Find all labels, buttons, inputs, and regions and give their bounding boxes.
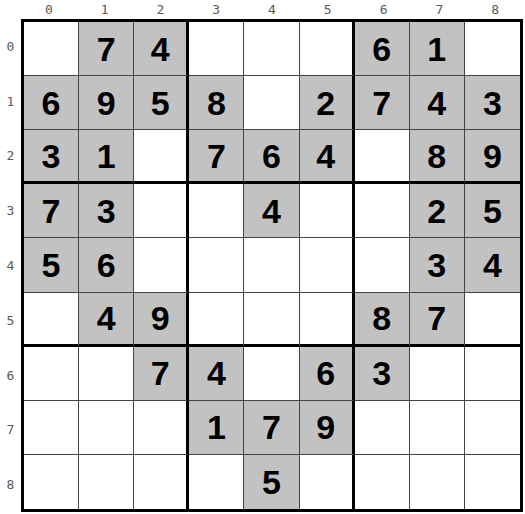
cell-r4c7: 3	[410, 238, 465, 292]
cell-r3c8: 5	[465, 184, 520, 238]
row-label-6: 6	[0, 348, 21, 403]
cell-r7c2[interactable]	[134, 401, 189, 455]
cell-r7c6[interactable]	[355, 401, 410, 455]
row-label-1: 1	[0, 74, 21, 129]
cell-r1c1: 9	[79, 76, 134, 130]
cell-r7c4: 7	[244, 401, 299, 455]
cell-r0c6: 6	[355, 22, 410, 76]
cell-r8c2[interactable]	[134, 455, 189, 509]
col-label-6: 6	[356, 0, 412, 19]
cell-r4c5[interactable]	[300, 238, 355, 292]
cell-r2c1: 1	[79, 130, 134, 184]
cell-r5c1: 4	[79, 293, 134, 347]
cell-r2c3: 7	[189, 130, 244, 184]
col-label-1: 1	[77, 0, 133, 19]
cell-r2c5: 4	[300, 130, 355, 184]
cell-r7c8[interactable]	[465, 401, 520, 455]
cell-r8c6[interactable]	[355, 455, 410, 509]
cell-r3c6[interactable]	[355, 184, 410, 238]
cell-r1c4[interactable]	[244, 76, 299, 130]
cell-r3c0: 7	[24, 184, 79, 238]
cell-r1c6: 7	[355, 76, 410, 130]
cell-r1c7: 4	[410, 76, 465, 130]
cell-r3c1: 3	[79, 184, 134, 238]
cell-r8c3[interactable]	[189, 455, 244, 509]
cell-r8c7[interactable]	[410, 455, 465, 509]
col-label-2: 2	[133, 0, 189, 19]
cell-r6c6: 3	[355, 347, 410, 401]
cell-r2c4: 6	[244, 130, 299, 184]
cell-r2c8: 9	[465, 130, 520, 184]
cell-r0c5[interactable]	[300, 22, 355, 76]
sudoku-board: 7461695827433176489734255634498774631795	[21, 19, 523, 512]
cell-r8c8[interactable]	[465, 455, 520, 509]
cell-r7c5: 9	[300, 401, 355, 455]
cell-r4c4[interactable]	[244, 238, 299, 292]
col-label-4: 4	[244, 0, 300, 19]
cell-r7c7[interactable]	[410, 401, 465, 455]
cell-r5c4[interactable]	[244, 293, 299, 347]
cell-r3c2[interactable]	[134, 184, 189, 238]
cell-r5c6: 8	[355, 293, 410, 347]
cell-r1c8: 3	[465, 76, 520, 130]
sudoku-puzzle: 012345678 012345678 74616958274331764897…	[0, 0, 525, 514]
cell-r5c3[interactable]	[189, 293, 244, 347]
cell-r2c2[interactable]	[134, 130, 189, 184]
cell-r0c3[interactable]	[189, 22, 244, 76]
cell-r5c2: 9	[134, 293, 189, 347]
cell-r6c1[interactable]	[79, 347, 134, 401]
row-label-2: 2	[0, 129, 21, 184]
row-label-3: 3	[0, 183, 21, 238]
row-label-0: 0	[0, 19, 21, 74]
row-label-7: 7	[0, 402, 21, 457]
cell-r7c0[interactable]	[24, 401, 79, 455]
cell-r5c8[interactable]	[465, 293, 520, 347]
cell-r8c4: 5	[244, 455, 299, 509]
cell-r4c3[interactable]	[189, 238, 244, 292]
cell-r4c6[interactable]	[355, 238, 410, 292]
col-label-0: 0	[21, 0, 77, 19]
col-label-5: 5	[300, 0, 356, 19]
column-labels: 012345678	[21, 0, 523, 19]
cell-r1c2: 5	[134, 76, 189, 130]
cell-r3c5[interactable]	[300, 184, 355, 238]
cell-r6c0[interactable]	[24, 347, 79, 401]
cell-r0c1: 7	[79, 22, 134, 76]
row-label-4: 4	[0, 238, 21, 293]
cell-r7c3: 1	[189, 401, 244, 455]
cell-r4c8: 4	[465, 238, 520, 292]
row-label-5: 5	[0, 293, 21, 348]
cell-r4c0: 5	[24, 238, 79, 292]
cell-r1c0: 6	[24, 76, 79, 130]
cell-r3c7: 2	[410, 184, 465, 238]
cell-r6c3: 4	[189, 347, 244, 401]
cell-r6c8[interactable]	[465, 347, 520, 401]
cell-r5c5[interactable]	[300, 293, 355, 347]
cell-r5c7: 7	[410, 293, 465, 347]
cell-r6c2: 7	[134, 347, 189, 401]
cell-r0c0[interactable]	[24, 22, 79, 76]
cell-r5c0[interactable]	[24, 293, 79, 347]
cell-r6c7[interactable]	[410, 347, 465, 401]
cell-r8c1[interactable]	[79, 455, 134, 509]
cell-r0c2: 4	[134, 22, 189, 76]
cell-r1c3: 8	[189, 76, 244, 130]
cell-r3c4: 4	[244, 184, 299, 238]
cell-r8c5[interactable]	[300, 455, 355, 509]
cell-r7c1[interactable]	[79, 401, 134, 455]
col-label-8: 8	[467, 0, 523, 19]
cell-r2c6[interactable]	[355, 130, 410, 184]
cell-r6c5: 6	[300, 347, 355, 401]
cell-r4c1: 6	[79, 238, 134, 292]
cell-r4c2[interactable]	[134, 238, 189, 292]
cell-r0c7: 1	[410, 22, 465, 76]
row-labels: 012345678	[0, 19, 21, 512]
cell-r3c3[interactable]	[189, 184, 244, 238]
col-label-7: 7	[411, 0, 467, 19]
cell-r1c5: 2	[300, 76, 355, 130]
col-label-3: 3	[188, 0, 244, 19]
cell-r0c8[interactable]	[465, 22, 520, 76]
cell-r6c4[interactable]	[244, 347, 299, 401]
cell-r8c0[interactable]	[24, 455, 79, 509]
cell-r2c0: 3	[24, 130, 79, 184]
cell-r2c7: 8	[410, 130, 465, 184]
row-label-8: 8	[0, 457, 21, 512]
cell-r0c4[interactable]	[244, 22, 299, 76]
